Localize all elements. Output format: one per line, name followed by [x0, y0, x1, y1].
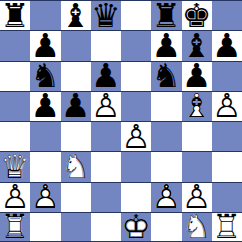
- square-c7[interactable]: [61, 30, 91, 60]
- square-f3[interactable]: [151, 151, 181, 181]
- square-b4[interactable]: [30, 121, 60, 151]
- white-pawn-icon: ♙: [0, 182, 30, 212]
- white-pawn-icon-fill: ♟: [151, 182, 181, 212]
- black-rook-icon: ♜: [0, 0, 30, 30]
- square-a6[interactable]: [0, 61, 30, 91]
- square-g2[interactable]: ♟♙: [182, 182, 212, 212]
- white-pawn-icon-fill: ♟: [212, 91, 242, 121]
- square-d3[interactable]: [91, 151, 121, 181]
- white-pawn-icon: ♙: [182, 182, 212, 212]
- white-rook-icon: ♖: [212, 212, 242, 242]
- square-d8[interactable]: ♛: [91, 0, 121, 30]
- square-b1[interactable]: [30, 212, 60, 242]
- white-rook-icon: ♖: [0, 212, 30, 242]
- square-g6[interactable]: ♟: [182, 61, 212, 91]
- square-f8[interactable]: ♜: [151, 0, 181, 30]
- black-queen-icon: ♛: [91, 0, 121, 30]
- square-e5[interactable]: [121, 91, 151, 121]
- square-c1[interactable]: [61, 212, 91, 242]
- square-d4[interactable]: [91, 121, 121, 151]
- square-e2[interactable]: [121, 182, 151, 212]
- white-pawn-icon-fill: ♟: [0, 182, 30, 212]
- square-b8[interactable]: [30, 0, 60, 30]
- square-c4[interactable]: [61, 121, 91, 151]
- white-pawn-icon-fill: ♟: [182, 182, 212, 212]
- square-b7[interactable]: ♟: [30, 30, 60, 60]
- square-f1[interactable]: [151, 212, 181, 242]
- white-pawn-icon-fill: ♟: [91, 91, 121, 121]
- square-d7[interactable]: [91, 30, 121, 60]
- black-pawn-icon: ♟: [212, 30, 242, 60]
- square-c3[interactable]: ♞♘: [61, 151, 91, 181]
- square-a8[interactable]: ♜: [0, 0, 30, 30]
- white-knight-icon: ♘: [182, 212, 212, 242]
- black-pawn-icon: ♟: [30, 91, 60, 121]
- black-pawn-icon: ♟: [61, 91, 91, 121]
- black-bishop-icon: ♝: [61, 0, 91, 30]
- square-c5[interactable]: ♟: [61, 91, 91, 121]
- square-a1[interactable]: ♜♖: [0, 212, 30, 242]
- square-d5[interactable]: ♟♙: [91, 91, 121, 121]
- square-c6[interactable]: [61, 61, 91, 91]
- black-knight-icon: ♞: [151, 61, 181, 91]
- square-h8[interactable]: [212, 0, 242, 30]
- square-g7[interactable]: ♝: [182, 30, 212, 60]
- white-pawn-icon: ♙: [30, 182, 60, 212]
- white-queen-icon-fill: ♛: [0, 151, 30, 181]
- square-a4[interactable]: [0, 121, 30, 151]
- black-rook-icon: ♜: [151, 0, 181, 30]
- white-king-icon-fill: ♚: [121, 212, 151, 242]
- black-pawn-icon: ♟: [30, 30, 60, 60]
- square-f4[interactable]: [151, 121, 181, 151]
- white-pawn-icon: ♙: [121, 121, 151, 151]
- square-a3[interactable]: ♛♕: [0, 151, 30, 181]
- white-bishop-icon: ♗: [182, 91, 212, 121]
- white-pawn-icon: ♙: [212, 91, 242, 121]
- white-king-icon: ♔: [121, 212, 151, 242]
- white-knight-icon: ♘: [61, 151, 91, 181]
- square-e1[interactable]: ♚♔: [121, 212, 151, 242]
- square-g3[interactable]: [182, 151, 212, 181]
- square-h2[interactable]: [212, 182, 242, 212]
- square-h3[interactable]: [212, 151, 242, 181]
- square-d2[interactable]: [91, 182, 121, 212]
- square-c8[interactable]: ♝: [61, 0, 91, 30]
- square-g5[interactable]: ♝♗: [182, 91, 212, 121]
- black-pawn-icon: ♟: [151, 30, 181, 60]
- square-h4[interactable]: [212, 121, 242, 151]
- white-knight-icon-fill: ♞: [182, 212, 212, 242]
- white-rook-icon-fill: ♜: [0, 212, 30, 242]
- square-f7[interactable]: ♟: [151, 30, 181, 60]
- white-rook-icon-fill: ♜: [212, 212, 242, 242]
- square-b5[interactable]: ♟: [30, 91, 60, 121]
- white-pawn-icon-fill: ♟: [30, 182, 60, 212]
- square-e8[interactable]: [121, 0, 151, 30]
- square-a5[interactable]: [0, 91, 30, 121]
- square-h5[interactable]: ♟♙: [212, 91, 242, 121]
- black-bishop-icon: ♝: [182, 30, 212, 60]
- white-bishop-icon-fill: ♝: [182, 91, 212, 121]
- black-knight-icon: ♞: [30, 61, 60, 91]
- square-e6[interactable]: [121, 61, 151, 91]
- black-king-icon: ♚: [182, 0, 212, 30]
- square-f6[interactable]: ♞: [151, 61, 181, 91]
- square-h6[interactable]: [212, 61, 242, 91]
- square-b6[interactable]: ♞: [30, 61, 60, 91]
- white-knight-icon-fill: ♞: [61, 151, 91, 181]
- square-d6[interactable]: ♟: [91, 61, 121, 91]
- white-pawn-icon: ♙: [151, 182, 181, 212]
- black-pawn-icon: ♟: [91, 61, 121, 91]
- square-f2[interactable]: ♟♙: [151, 182, 181, 212]
- square-b3[interactable]: [30, 151, 60, 181]
- square-h7[interactable]: ♟: [212, 30, 242, 60]
- chess-board: ♜♝♛♜♚♟♟♝♟♞♟♞♟♟♟♟♙♝♗♟♙♟♙♛♕♞♘♟♙♟♙♟♙♟♙♜♖♚♔♞…: [0, 0, 242, 242]
- square-g1[interactable]: ♞♘: [182, 212, 212, 242]
- black-pawn-icon: ♟: [182, 61, 212, 91]
- square-e7[interactable]: [121, 30, 151, 60]
- square-a7[interactable]: [0, 30, 30, 60]
- square-d1[interactable]: [91, 212, 121, 242]
- white-pawn-icon-fill: ♟: [121, 121, 151, 151]
- square-f5[interactable]: [151, 91, 181, 121]
- square-h1[interactable]: ♜♖: [212, 212, 242, 242]
- square-e3[interactable]: [121, 151, 151, 181]
- square-g4[interactable]: [182, 121, 212, 151]
- square-e4[interactable]: ♟♙: [121, 121, 151, 151]
- square-b2[interactable]: ♟♙: [30, 182, 60, 212]
- square-g8[interactable]: ♚: [182, 0, 212, 30]
- square-c2[interactable]: [61, 182, 91, 212]
- white-pawn-icon: ♙: [91, 91, 121, 121]
- white-queen-icon: ♕: [0, 151, 30, 181]
- square-a2[interactable]: ♟♙: [0, 182, 30, 212]
